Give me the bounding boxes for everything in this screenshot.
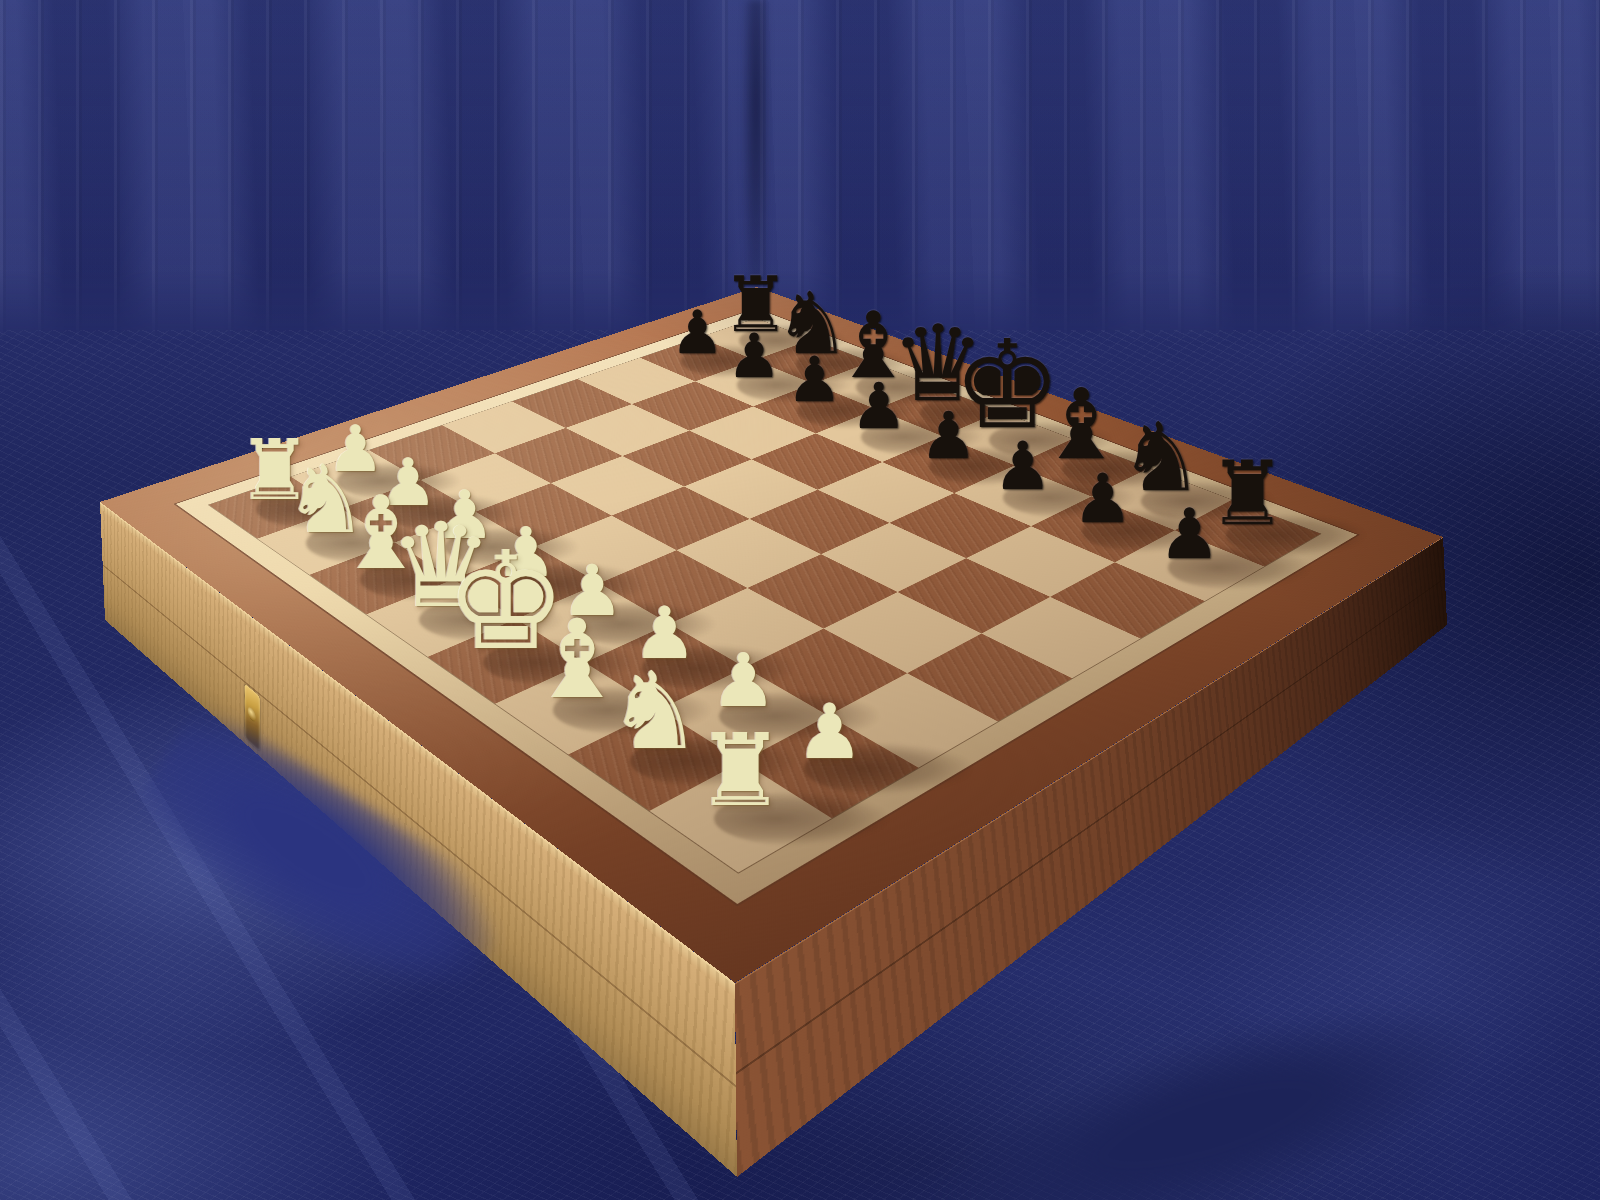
rook-glyph: ♜ bbox=[696, 721, 786, 821]
knight-glyph: ♞ bbox=[607, 659, 703, 766]
photo-stage: ♜♞♝♛♚♝♞♜♟♟♟♟♟♟♟♟♟♟♟♟♟♟♟♟♜♞♝♛♚♝♞♜ rnbqkbn… bbox=[0, 0, 1600, 1200]
pawn-glyph: ♟ bbox=[727, 326, 782, 387]
pawn-glyph: ♟ bbox=[993, 433, 1052, 499]
pawn-glyph: ♟ bbox=[710, 644, 776, 718]
pawn-glyph: ♟ bbox=[1158, 500, 1220, 569]
pawn-glyph: ♟ bbox=[1072, 465, 1133, 533]
pieces-layer: ♜♞♝♛♚♝♞♜♟♟♟♟♟♟♟♟♟♟♟♟♟♟♟♟♜♞♝♛♚♝♞♜ bbox=[0, 0, 1600, 1200]
pawn-glyph: ♟ bbox=[787, 350, 843, 412]
pawn-glyph: ♟ bbox=[796, 694, 864, 770]
pawn-glyph: ♟ bbox=[851, 376, 908, 439]
pawn-glyph: ♟ bbox=[919, 403, 977, 468]
pawn-glyph: ♟ bbox=[671, 303, 725, 363]
